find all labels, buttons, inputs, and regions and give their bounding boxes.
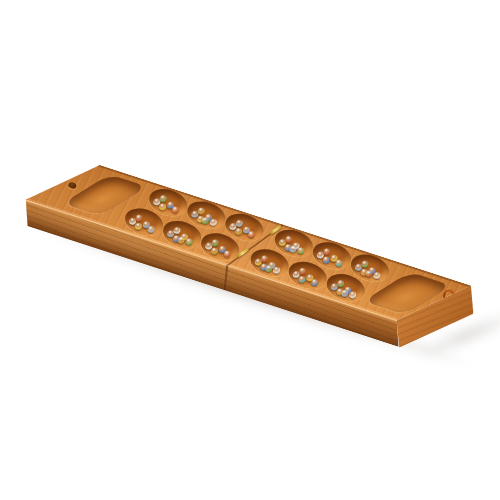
seed [171,205,180,214]
seed [210,246,219,255]
seed [146,224,155,233]
seed [184,237,193,246]
seed [297,274,306,283]
latch-hole [68,181,77,189]
seed [272,265,281,274]
seed [247,230,256,239]
seed [334,258,343,267]
seed [321,255,330,264]
seed [222,249,231,258]
product-photo-stage [0,0,500,500]
seed [158,202,167,211]
fold-seam-front [224,264,229,290]
seed [209,217,218,226]
seed [310,278,319,287]
seed [296,246,305,255]
seed [234,227,243,236]
seed [372,270,381,279]
seed [348,290,357,299]
seed [134,221,143,230]
